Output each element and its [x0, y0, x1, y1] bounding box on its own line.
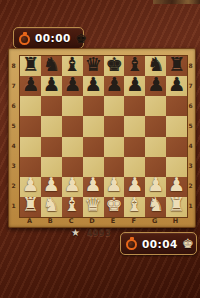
file-label-h: H: [165, 215, 186, 227]
square-f6[interactable]: [124, 96, 145, 116]
piece-white-bishop: ♝: [126, 195, 143, 214]
piece-white-pawn: ♟: [126, 175, 143, 194]
square-f5[interactable]: [124, 116, 145, 136]
score-value: 4993: [87, 229, 111, 238]
square-c2[interactable]: ♟: [62, 177, 83, 197]
square-d5[interactable]: [83, 116, 104, 136]
piece-black-pawn: ♟: [126, 74, 143, 93]
square-c7[interactable]: ♟: [62, 76, 83, 96]
rank-label-6: 6: [186, 95, 195, 115]
square-e8[interactable]: ♚: [104, 56, 125, 76]
square-b4[interactable]: [41, 137, 62, 157]
square-h1[interactable]: ♜: [166, 197, 187, 217]
square-a8[interactable]: ♜: [20, 56, 41, 76]
file-label-d: D: [82, 215, 103, 227]
white-king-icon: ♚: [182, 237, 194, 250]
file-label-f: F: [123, 215, 144, 227]
rank-label-1: 1: [186, 196, 195, 216]
white-timer-panel: 00:04 ♚: [120, 232, 197, 255]
square-d3[interactable]: [83, 157, 104, 177]
square-h6[interactable]: [166, 96, 187, 116]
square-g3[interactable]: [145, 157, 166, 177]
square-c5[interactable]: [62, 116, 83, 136]
star-icon: ★: [71, 228, 80, 238]
rank-label-7: 7: [9, 75, 18, 95]
piece-black-king: ♚: [105, 54, 122, 73]
square-g4[interactable]: [145, 137, 166, 157]
square-a7[interactable]: ♟: [20, 76, 41, 96]
square-c4[interactable]: [62, 137, 83, 157]
piece-black-pawn: ♟: [22, 74, 39, 93]
stopwatch-icon: [19, 32, 31, 45]
file-label-e: E: [103, 215, 124, 227]
black-timer-panel: 00:00 ♚: [13, 27, 84, 49]
square-e3[interactable]: [104, 157, 125, 177]
white-timer-value: 00:04: [142, 238, 178, 250]
square-f4[interactable]: [124, 137, 145, 157]
piece-black-knight: ♞: [43, 54, 60, 73]
square-f1[interactable]: ♝: [124, 197, 145, 217]
rank-label-3: 3: [9, 156, 18, 176]
piece-black-rook: ♜: [22, 54, 39, 73]
square-b1[interactable]: ♞: [41, 197, 62, 217]
square-c8[interactable]: ♝: [62, 56, 83, 76]
file-label-b: B: [40, 215, 61, 227]
square-e4[interactable]: [104, 137, 125, 157]
piece-black-pawn: ♟: [147, 74, 164, 93]
rank-label-6: 6: [9, 95, 18, 115]
square-h5[interactable]: [166, 116, 187, 136]
file-labels-bottom: ABCDEFGH: [19, 215, 186, 227]
chess-app-screen: 00:00 ♚ 87654321 ♜♞♝♛♚♝♞♜♟♟♟♟♟♟♟♟♟♟♟♟♟♟♟…: [0, 0, 200, 298]
piece-white-pawn: ♟: [64, 175, 81, 194]
square-d4[interactable]: [83, 137, 104, 157]
square-h4[interactable]: [166, 137, 187, 157]
square-b5[interactable]: [41, 116, 62, 136]
rank-labels-right: 87654321: [186, 55, 195, 216]
square-a2[interactable]: ♟: [20, 177, 41, 197]
square-g7[interactable]: ♟: [145, 76, 166, 96]
black-timer-value: 00:00: [35, 32, 71, 44]
piece-white-pawn: ♟: [43, 175, 60, 194]
square-b6[interactable]: [41, 96, 62, 116]
piece-black-pawn: ♟: [105, 74, 122, 93]
piece-black-knight: ♞: [147, 54, 164, 73]
piece-white-rook: ♜: [22, 195, 39, 214]
piece-white-pawn: ♟: [22, 175, 39, 194]
square-b7[interactable]: ♟: [41, 76, 62, 96]
score-display: ★ 4993: [71, 228, 111, 238]
square-a1[interactable]: ♜: [20, 197, 41, 217]
piece-black-rook: ♜: [168, 54, 185, 73]
piece-black-pawn: ♟: [43, 74, 60, 93]
piece-white-pawn: ♟: [168, 175, 185, 194]
rank-label-5: 5: [186, 115, 195, 135]
chess-board-frame: 87654321 ♜♞♝♛♚♝♞♜♟♟♟♟♟♟♟♟♟♟♟♟♟♟♟♟♜♞♝♛♚♝♞…: [8, 48, 196, 228]
square-h3[interactable]: [166, 157, 187, 177]
square-a5[interactable]: [20, 116, 41, 136]
square-b3[interactable]: [41, 157, 62, 177]
piece-white-pawn: ♟: [85, 175, 102, 194]
file-label-c: C: [61, 215, 82, 227]
piece-white-rook: ♜: [168, 195, 185, 214]
square-e7[interactable]: ♟: [104, 76, 125, 96]
stopwatch-icon: [126, 237, 138, 250]
piece-white-pawn: ♟: [147, 175, 164, 194]
square-f8[interactable]: ♝: [124, 56, 145, 76]
square-e1[interactable]: ♚: [104, 197, 125, 217]
piece-white-bishop: ♝: [64, 195, 81, 214]
square-d1[interactable]: ♛: [83, 197, 104, 217]
rank-label-4: 4: [186, 136, 195, 156]
piece-black-bishop: ♝: [126, 54, 143, 73]
square-a4[interactable]: [20, 137, 41, 157]
square-e6[interactable]: [104, 96, 125, 116]
board-grid: ♜♞♝♛♚♝♞♜♟♟♟♟♟♟♟♟♟♟♟♟♟♟♟♟♜♞♝♛♚♝♞♜: [19, 55, 188, 218]
file-label-a: A: [19, 215, 40, 227]
piece-white-queen: ♛: [85, 195, 102, 214]
square-h8[interactable]: ♜: [166, 56, 187, 76]
square-f7[interactable]: ♟: [124, 76, 145, 96]
square-e2[interactable]: ♟: [104, 177, 125, 197]
piece-white-pawn: ♟: [105, 175, 122, 194]
square-f3[interactable]: [124, 157, 145, 177]
rank-label-3: 3: [186, 156, 195, 176]
square-a3[interactable]: [20, 157, 41, 177]
piece-white-knight: ♞: [147, 195, 164, 214]
square-c6[interactable]: [62, 96, 83, 116]
file-label-g: G: [144, 215, 165, 227]
square-h7[interactable]: ♟: [166, 76, 187, 96]
square-g2[interactable]: ♟: [145, 177, 166, 197]
square-d8[interactable]: ♛: [83, 56, 104, 76]
rank-label-5: 5: [9, 115, 18, 135]
piece-black-queen: ♛: [85, 54, 102, 73]
rank-label-7: 7: [186, 75, 195, 95]
rank-label-4: 4: [9, 136, 18, 156]
square-e5[interactable]: [104, 116, 125, 136]
piece-white-knight: ♞: [43, 195, 60, 214]
piece-black-pawn: ♟: [85, 74, 102, 93]
square-d2[interactable]: ♟: [83, 177, 104, 197]
rank-label-2: 2: [9, 176, 18, 196]
cropped-top-right-element: [153, 0, 200, 4]
square-f2[interactable]: ♟: [124, 177, 145, 197]
square-g1[interactable]: ♞: [145, 197, 166, 217]
piece-black-bishop: ♝: [64, 54, 81, 73]
rank-label-8: 8: [186, 55, 195, 75]
square-c1[interactable]: ♝: [62, 197, 83, 217]
piece-black-pawn: ♟: [168, 74, 185, 93]
square-h2[interactable]: ♟: [166, 177, 187, 197]
square-a6[interactable]: [20, 96, 41, 116]
rank-label-8: 8: [9, 55, 18, 75]
square-g5[interactable]: [145, 116, 166, 136]
rank-label-1: 1: [9, 196, 18, 216]
square-g6[interactable]: [145, 96, 166, 116]
black-king-icon: ♚: [75, 32, 87, 45]
rank-labels-left: 87654321: [9, 55, 18, 216]
square-c3[interactable]: [62, 157, 83, 177]
rank-label-2: 2: [186, 176, 195, 196]
square-b2[interactable]: ♟: [41, 177, 62, 197]
piece-black-pawn: ♟: [64, 74, 81, 93]
square-d6[interactable]: [83, 96, 104, 116]
square-d7[interactable]: ♟: [83, 76, 104, 96]
piece-white-king: ♚: [105, 195, 122, 214]
square-g8[interactable]: ♞: [145, 56, 166, 76]
square-b8[interactable]: ♞: [41, 56, 62, 76]
